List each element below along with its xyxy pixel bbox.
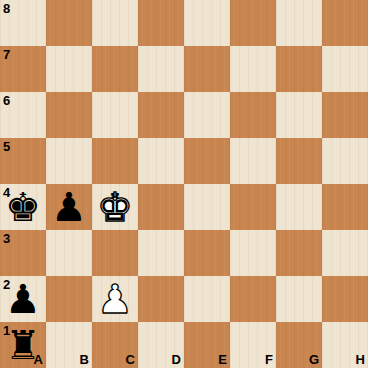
square-f1[interactable]: F: [230, 322, 276, 368]
black-pawn[interactable]: ♟: [51, 184, 87, 230]
file-label-f: F: [265, 353, 273, 366]
square-h4[interactable]: [322, 184, 368, 230]
square-f7[interactable]: [230, 46, 276, 92]
square-b1[interactable]: B: [46, 322, 92, 368]
file-label-g: G: [309, 353, 319, 366]
square-a3[interactable]: 3: [0, 230, 46, 276]
square-b5[interactable]: [46, 138, 92, 184]
square-a4[interactable]: 4♚: [0, 184, 46, 230]
square-e6[interactable]: [184, 92, 230, 138]
square-a5[interactable]: 5: [0, 138, 46, 184]
square-b6[interactable]: [46, 92, 92, 138]
square-e5[interactable]: [184, 138, 230, 184]
square-a2[interactable]: 2♟: [0, 276, 46, 322]
black-pawn[interactable]: ♟: [5, 276, 41, 322]
black-king[interactable]: ♚: [5, 184, 41, 230]
file-label-e: E: [218, 353, 227, 366]
square-f3[interactable]: [230, 230, 276, 276]
chess-board-container: 87654♚♟♚32♟♟1A♜BCDEFGH: [0, 0, 368, 368]
square-h6[interactable]: [322, 92, 368, 138]
rank-label-3: 3: [3, 232, 10, 245]
square-g3[interactable]: [276, 230, 322, 276]
square-e2[interactable]: [184, 276, 230, 322]
square-g6[interactable]: [276, 92, 322, 138]
square-g2[interactable]: [276, 276, 322, 322]
square-d4[interactable]: [138, 184, 184, 230]
square-b3[interactable]: [46, 230, 92, 276]
file-label-b: B: [80, 353, 89, 366]
square-e3[interactable]: [184, 230, 230, 276]
square-h5[interactable]: [322, 138, 368, 184]
square-h2[interactable]: [322, 276, 368, 322]
square-b8[interactable]: [46, 0, 92, 46]
square-c2[interactable]: ♟: [92, 276, 138, 322]
square-c7[interactable]: [92, 46, 138, 92]
square-c5[interactable]: [92, 138, 138, 184]
rank-label-8: 8: [3, 2, 10, 15]
white-pawn[interactable]: ♟: [97, 276, 133, 322]
square-f2[interactable]: [230, 276, 276, 322]
square-d6[interactable]: [138, 92, 184, 138]
square-d8[interactable]: [138, 0, 184, 46]
square-b4[interactable]: ♟: [46, 184, 92, 230]
square-f6[interactable]: [230, 92, 276, 138]
square-a8[interactable]: 8: [0, 0, 46, 46]
square-h1[interactable]: H: [322, 322, 368, 368]
square-a6[interactable]: 6: [0, 92, 46, 138]
file-label-h: H: [356, 353, 365, 366]
square-b7[interactable]: [46, 46, 92, 92]
square-g7[interactable]: [276, 46, 322, 92]
rank-label-7: 7: [3, 48, 10, 61]
square-d1[interactable]: D: [138, 322, 184, 368]
square-d7[interactable]: [138, 46, 184, 92]
square-g5[interactable]: [276, 138, 322, 184]
square-a7[interactable]: 7: [0, 46, 46, 92]
file-label-d: D: [172, 353, 181, 366]
square-h3[interactable]: [322, 230, 368, 276]
square-f4[interactable]: [230, 184, 276, 230]
square-g1[interactable]: G: [276, 322, 322, 368]
square-e8[interactable]: [184, 0, 230, 46]
square-e7[interactable]: [184, 46, 230, 92]
square-f5[interactable]: [230, 138, 276, 184]
chess-board: 87654♚♟♚32♟♟1A♜BCDEFGH: [0, 0, 368, 368]
square-d5[interactable]: [138, 138, 184, 184]
rank-label-6: 6: [3, 94, 10, 107]
square-d3[interactable]: [138, 230, 184, 276]
square-e1[interactable]: E: [184, 322, 230, 368]
square-c4[interactable]: ♚: [92, 184, 138, 230]
square-h7[interactable]: [322, 46, 368, 92]
square-c1[interactable]: C: [92, 322, 138, 368]
square-f8[interactable]: [230, 0, 276, 46]
square-c8[interactable]: [92, 0, 138, 46]
square-g4[interactable]: [276, 184, 322, 230]
square-g8[interactable]: [276, 0, 322, 46]
rank-label-5: 5: [3, 140, 10, 153]
rank-label-4: 4: [3, 186, 10, 199]
square-a1[interactable]: 1A♜: [0, 322, 46, 368]
file-label-a: A: [34, 353, 43, 366]
white-king[interactable]: ♚: [97, 184, 133, 230]
file-label-c: C: [126, 353, 135, 366]
square-h8[interactable]: [322, 0, 368, 46]
square-d2[interactable]: [138, 276, 184, 322]
square-b2[interactable]: [46, 276, 92, 322]
rank-label-1: 1: [3, 324, 10, 337]
square-e4[interactable]: [184, 184, 230, 230]
square-c6[interactable]: [92, 92, 138, 138]
square-c3[interactable]: [92, 230, 138, 276]
rank-label-2: 2: [3, 278, 10, 291]
